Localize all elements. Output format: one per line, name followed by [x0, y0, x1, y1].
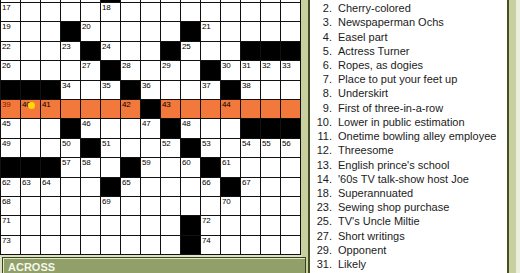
clue-text: Newspaperman Ochs: [338, 16, 444, 28]
clue-number: 9.: [310, 102, 332, 114]
grid-cell[interactable]: 42: [121, 100, 141, 119]
cell-number: 35: [102, 81, 110, 90]
clue-item[interactable]: 13.English prince's school: [310, 157, 507, 171]
grid-cell[interactable]: [281, 81, 301, 100]
cell-number: 47: [142, 119, 150, 128]
cell-number: 26: [2, 61, 10, 70]
grid-cell[interactable]: 56: [281, 139, 301, 158]
grid-cell[interactable]: [181, 3, 201, 22]
grid-cell[interactable]: 57: [61, 158, 81, 177]
grid-cell-black: [1, 81, 21, 100]
grid-cell-black: [201, 61, 221, 80]
grid-cell[interactable]: 18: [101, 3, 121, 22]
cell-number: 49: [2, 139, 10, 148]
clue-number: 29.: [310, 244, 332, 256]
grid-cell[interactable]: [101, 216, 121, 235]
cell-number: 50: [62, 139, 70, 148]
cell-number: 63: [22, 178, 30, 187]
cell-number: 44: [222, 100, 230, 109]
grid-cell[interactable]: [21, 216, 41, 235]
grid-cell[interactable]: [141, 3, 161, 22]
grid-cell[interactable]: 43: [161, 100, 181, 119]
grid-cell[interactable]: [21, 197, 41, 216]
grid-cell[interactable]: 52: [161, 139, 181, 158]
grid-cell[interactable]: [141, 61, 161, 80]
grid-cell[interactable]: [161, 22, 181, 41]
grid-cell-black: [161, 42, 181, 61]
grid-cell[interactable]: [241, 216, 261, 235]
grid-cell[interactable]: 44: [221, 100, 241, 119]
grid-cell[interactable]: 24: [101, 42, 121, 61]
grid-cell[interactable]: [241, 3, 261, 22]
grid-cell[interactable]: [161, 158, 181, 177]
grid-cell[interactable]: [261, 197, 281, 216]
clue-item[interactable]: 25.TV's Uncle Miltie: [310, 214, 507, 228]
grid-cell[interactable]: [161, 236, 181, 255]
cell-number: 51: [102, 139, 110, 148]
cell-number: 61: [222, 158, 230, 167]
grid-cell[interactable]: [161, 178, 181, 197]
clue-number: 8.: [310, 87, 332, 99]
cell-number: 36: [142, 81, 150, 90]
clue-item[interactable]: 18.Superannuated: [310, 186, 507, 200]
clue-item[interactable]: 10.Lower in public estimation: [310, 115, 507, 129]
clue-item[interactable]: 5.Actress Turner: [310, 44, 507, 58]
grid-cell[interactable]: 30: [221, 61, 241, 80]
grid-cell[interactable]: 22: [1, 42, 21, 61]
grid-cell[interactable]: 60: [181, 158, 201, 177]
cell-number: 67: [242, 178, 250, 187]
grid-cell-black: [81, 42, 101, 61]
grid-cell[interactable]: 49: [1, 139, 21, 158]
grid-cell[interactable]: 73: [1, 236, 21, 255]
grid-cell[interactable]: [281, 22, 301, 41]
grid-cell[interactable]: [101, 158, 121, 177]
clue-text: Onetime bowling alley employee: [338, 130, 496, 142]
grid-cell[interactable]: [141, 42, 161, 61]
cell-number: 57: [62, 158, 70, 167]
cell-number: 69: [102, 197, 110, 206]
clue-item[interactable]: 23.Sewing shop purchase: [310, 200, 507, 214]
clue-item[interactable]: 27.Short writings: [310, 229, 507, 243]
grid-cell[interactable]: [41, 3, 61, 22]
grid-cell[interactable]: [61, 3, 81, 22]
grid-cell[interactable]: [161, 216, 181, 235]
grid-cell[interactable]: [241, 22, 261, 41]
grid-cell[interactable]: [281, 216, 301, 235]
clue-text: Underskirt: [338, 87, 388, 99]
grid-cell[interactable]: [121, 236, 141, 255]
grid-cell[interactable]: [221, 236, 241, 255]
grid-cell[interactable]: 21: [201, 22, 221, 41]
grid-cell[interactable]: 35: [101, 81, 121, 100]
grid-cell-black: [241, 42, 261, 61]
grid-cell[interactable]: 61: [221, 158, 241, 177]
grid-cell-black: [141, 100, 161, 119]
cell-number: 72: [202, 216, 210, 225]
grid-cell[interactable]: 72: [201, 216, 221, 235]
cell-number: 31: [242, 61, 250, 70]
grid-cell[interactable]: [41, 139, 61, 158]
grid-cell[interactable]: 17: [1, 3, 21, 22]
grid-cell[interactable]: [281, 236, 301, 255]
grid-cell-black: [281, 119, 301, 138]
grid-cell[interactable]: [101, 100, 121, 119]
clue-text: Superannuated: [338, 187, 413, 199]
cell-number: 56: [282, 139, 290, 148]
grid-cell[interactable]: [261, 3, 281, 22]
grid-cell[interactable]: 20: [81, 22, 101, 41]
clue-number: 5.: [310, 45, 332, 57]
grid-cell[interactable]: [21, 119, 41, 138]
grid-cell[interactable]: [21, 3, 41, 22]
grid-cell[interactable]: [281, 178, 301, 197]
cell-number: 22: [2, 42, 10, 51]
grid-cell-black: [201, 158, 221, 177]
grid-cell[interactable]: [41, 197, 61, 216]
grid-cell[interactable]: [61, 100, 81, 119]
cell-number: 33: [282, 61, 290, 70]
grid-cell[interactable]: [81, 100, 101, 119]
grid-cell[interactable]: [261, 216, 281, 235]
clue-number: 11.: [310, 130, 332, 142]
clue-item[interactable]: 9.First of three-in-a-row: [310, 101, 507, 115]
grid-cell[interactable]: 63: [21, 178, 41, 197]
grid-cell[interactable]: [261, 236, 281, 255]
cell-number: 53: [202, 139, 210, 148]
grid-cell[interactable]: [181, 197, 201, 216]
grid-cell[interactable]: 67: [241, 178, 261, 197]
grid-cell[interactable]: [201, 197, 221, 216]
clue-number: 27.: [310, 230, 332, 242]
clue-number: 10.: [310, 116, 332, 128]
clue-number: 2.: [310, 2, 332, 14]
grid-cell[interactable]: [241, 197, 261, 216]
clue-text: Cherry-colored: [338, 2, 411, 14]
grid-cell[interactable]: [121, 197, 141, 216]
grid-cell[interactable]: [221, 139, 241, 158]
grid-cell-black: [261, 119, 281, 138]
grid-cell[interactable]: [281, 158, 301, 177]
grid-cell[interactable]: [121, 42, 141, 61]
grid-cell-black: [121, 81, 141, 100]
grid-cell[interactable]: [121, 216, 141, 235]
clue-item[interactable]: 4.Easel part: [310, 29, 507, 43]
clue-list: 2.Cherry-colored3.Newspaperman Ochs4.Eas…: [310, 0, 507, 271]
clue-text: English prince's school: [338, 159, 450, 171]
grid-cell[interactable]: [121, 22, 141, 41]
grid-cell[interactable]: 46: [81, 119, 101, 138]
cell-number: 21: [202, 22, 210, 31]
crossword-app-window: 1718192021222324252627282930313233343536…: [0, 0, 520, 273]
cell-number: 65: [122, 178, 130, 187]
grid-cell-black: [181, 236, 201, 255]
cell-number: 55: [262, 139, 270, 148]
grid-cell[interactable]: [281, 3, 301, 22]
cell-number: 28: [122, 61, 130, 70]
grid-cell[interactable]: [41, 22, 61, 41]
grid-cell-black: [61, 22, 81, 41]
grid-cell[interactable]: 47: [141, 119, 161, 138]
grid-cell[interactable]: [221, 3, 241, 22]
grid-cell[interactable]: 70: [221, 197, 241, 216]
cell-number: 73: [2, 236, 10, 245]
clue-item[interactable]: 14.'60s TV talk-show host Joe: [310, 172, 507, 186]
grid-cell[interactable]: [81, 81, 101, 100]
grid-cell[interactable]: [21, 61, 41, 80]
grid-cell[interactable]: 27: [81, 61, 101, 80]
grid-cell[interactable]: [61, 61, 81, 80]
grid-cell[interactable]: [261, 100, 281, 119]
clue-item[interactable]: 29.Opponent: [310, 243, 507, 257]
clue-item[interactable]: 8.Underskirt: [310, 86, 507, 100]
cell-number: 45: [2, 119, 10, 128]
grid-cell[interactable]: 68: [1, 197, 21, 216]
grid-cell-black: [181, 216, 201, 235]
grid-cell-black: [81, 139, 101, 158]
grid-cell-black: [221, 178, 241, 197]
grid-cell[interactable]: [161, 3, 181, 22]
grid-cell-black: [281, 42, 301, 61]
grid-cell-black: [221, 81, 241, 100]
grid-cell[interactable]: 58: [81, 158, 101, 177]
grid-cell-black: [41, 158, 61, 177]
grid-cell[interactable]: 74: [201, 236, 221, 255]
grid-cell[interactable]: 25: [181, 42, 201, 61]
grid-cell[interactable]: [141, 197, 161, 216]
clue-text: Lower in public estimation: [338, 116, 465, 128]
grid-cell[interactable]: [61, 216, 81, 235]
cell-number: 64: [42, 178, 50, 187]
cell-number: 59: [142, 158, 150, 167]
grid-cell[interactable]: [201, 3, 221, 22]
clue-item[interactable]: 6.Ropes, as dogies: [310, 58, 507, 72]
grid-cell[interactable]: 55: [261, 139, 281, 158]
cell-number: 68: [2, 197, 10, 206]
grid-cell-black: [161, 119, 181, 138]
grid-cell[interactable]: 66: [201, 178, 221, 197]
grid-cell[interactable]: [81, 3, 101, 22]
grid-cell[interactable]: [101, 119, 121, 138]
cell-number: 30: [222, 61, 230, 70]
clue-item[interactable]: 2.Cherry-colored: [310, 1, 507, 15]
grid-cell[interactable]: 39: [1, 100, 21, 119]
cell-number: 46: [82, 119, 90, 128]
cell-number: 54: [242, 139, 250, 148]
clue-number: 18.: [310, 187, 332, 199]
clue-item[interactable]: 7.Place to put your feet up: [310, 72, 507, 86]
cell-number: 48: [182, 119, 190, 128]
grid-cell[interactable]: [221, 22, 241, 41]
grid-cell[interactable]: 29: [161, 61, 181, 80]
grid-cell[interactable]: 54: [241, 139, 261, 158]
grid-cell[interactable]: [181, 100, 201, 119]
grid-cell[interactable]: [261, 81, 281, 100]
crossword-grid: 1718192021222324252627282930313233343536…: [0, 0, 301, 255]
grid-cell[interactable]: [241, 236, 261, 255]
grid-cell-black: [41, 81, 61, 100]
grid-cell[interactable]: 59: [141, 158, 161, 177]
grid-cell[interactable]: [141, 216, 161, 235]
grid-cell[interactable]: [81, 197, 101, 216]
cell-number: 52: [162, 139, 170, 148]
clue-number: 14.: [310, 173, 332, 185]
grid-cell[interactable]: [201, 42, 221, 61]
grid-cell[interactable]: [221, 216, 241, 235]
grid-cell-black: [21, 158, 41, 177]
clue-number: 31.: [310, 258, 332, 270]
cell-number: 70: [222, 197, 230, 206]
grid-cell[interactable]: [81, 236, 101, 255]
cell-number: 24: [102, 42, 110, 51]
clue-item[interactable]: 31.Likely: [310, 257, 507, 271]
grid-cell-black: [101, 61, 121, 80]
clue-text: Threesome: [338, 144, 394, 156]
grid-cell[interactable]: 62: [1, 178, 21, 197]
grid-cell[interactable]: 34: [61, 81, 81, 100]
grid-cell[interactable]: 32: [261, 61, 281, 80]
grid-cell[interactable]: [21, 42, 41, 61]
grid-cell[interactable]: [221, 119, 241, 138]
cell-number: 60: [182, 158, 190, 167]
cell-number: 58: [82, 158, 90, 167]
grid-cell[interactable]: [41, 119, 61, 138]
clue-number: 7.: [310, 73, 332, 85]
grid-cell[interactable]: [21, 139, 41, 158]
grid-cell[interactable]: [61, 197, 81, 216]
grid-cell[interactable]: [141, 236, 161, 255]
grid-cell[interactable]: [181, 61, 201, 80]
cell-number: 37: [202, 81, 210, 90]
grid-cell[interactable]: [61, 178, 81, 197]
grid-cell[interactable]: [261, 22, 281, 41]
cell-number: 29: [162, 61, 170, 70]
cell-number: 74: [202, 236, 210, 245]
grid-cell[interactable]: 38: [241, 81, 261, 100]
grid-cell[interactable]: [41, 216, 61, 235]
clue-text: Sewing shop purchase: [338, 201, 449, 213]
cell-number: 41: [42, 100, 50, 109]
cell-number: 25: [182, 42, 190, 51]
grid-cell[interactable]: [241, 100, 261, 119]
cell-number: 66: [202, 178, 210, 187]
grid-cell[interactable]: [141, 178, 161, 197]
grid-cell[interactable]: [281, 197, 301, 216]
cell-number: 19: [2, 22, 10, 31]
grid-cell[interactable]: 53: [201, 139, 221, 158]
cell-number: 38: [242, 81, 250, 90]
cell-number: 42: [122, 100, 130, 109]
grid-cell[interactable]: [41, 61, 61, 80]
clue-item[interactable]: 3.Newspaperman Ochs: [310, 15, 507, 29]
clue-text: Likely: [338, 258, 366, 270]
grid-cell[interactable]: [221, 42, 241, 61]
grid-cell[interactable]: 51: [101, 139, 121, 158]
grid-cell[interactable]: [101, 22, 121, 41]
grid-cell-black: [261, 42, 281, 61]
cell-number: 17: [2, 3, 10, 12]
down-clues-panel: 2.Cherry-colored3.Newspaperman Ochs4.Eas…: [308, 0, 509, 273]
grid-cell[interactable]: 37: [201, 81, 221, 100]
clue-text: First of three-in-a-row: [338, 102, 443, 114]
grid-cell[interactable]: 71: [1, 216, 21, 235]
grid-cell[interactable]: [121, 3, 141, 22]
grid-cell[interactable]: [161, 197, 181, 216]
grid-cell[interactable]: [261, 158, 281, 177]
clue-item[interactable]: 11.Onetime bowling alley employee: [310, 129, 507, 143]
grid-cell[interactable]: 64: [41, 178, 61, 197]
clue-text: Short writings: [338, 230, 405, 242]
grid-cell[interactable]: [141, 22, 161, 41]
grid-cell[interactable]: 65: [121, 178, 141, 197]
grid-cell[interactable]: 26: [1, 61, 21, 80]
grid-cell-black: [21, 81, 41, 100]
grid-cell[interactable]: [41, 42, 61, 61]
grid-cell[interactable]: [21, 236, 41, 255]
grid-cell[interactable]: [41, 236, 61, 255]
across-header-bar: ACROSS: [2, 257, 306, 273]
grid-cell[interactable]: [261, 178, 281, 197]
grid-cell[interactable]: 33: [281, 61, 301, 80]
grid-cell[interactable]: 28: [121, 61, 141, 80]
clue-text: Place to put your feet up: [338, 73, 457, 85]
cell-number: 62: [2, 178, 10, 187]
clue-number: 13.: [310, 159, 332, 171]
grid-cell-black: [181, 139, 201, 158]
grid-cell[interactable]: [201, 100, 221, 119]
grid-cell[interactable]: [241, 158, 261, 177]
grid-cell-black: [101, 178, 121, 197]
grid-cell[interactable]: 45: [1, 119, 21, 138]
grid-cell[interactable]: [81, 216, 101, 235]
clue-text: Opponent: [338, 244, 386, 256]
grid-cell[interactable]: 48: [181, 119, 201, 138]
grid-cell[interactable]: 50: [61, 139, 81, 158]
grid-cell-black: [241, 119, 261, 138]
grid-cell[interactable]: 36: [141, 81, 161, 100]
grid-cell[interactable]: [141, 139, 161, 158]
clue-text: Ropes, as dogies: [338, 59, 423, 71]
grid-cell-black: [61, 119, 81, 138]
grid-cell[interactable]: [201, 119, 221, 138]
grid-cell[interactable]: [81, 178, 101, 197]
grid-cell[interactable]: 19: [1, 22, 21, 41]
grid-cell[interactable]: [281, 100, 301, 119]
cursor-dot: [28, 102, 35, 109]
grid-cell[interactable]: 23: [61, 42, 81, 61]
grid-cell[interactable]: [61, 236, 81, 255]
cell-number: 23: [62, 42, 70, 51]
grid-cell[interactable]: [21, 22, 41, 41]
grid-cell[interactable]: 69: [101, 197, 121, 216]
grid-cell[interactable]: [181, 178, 201, 197]
grid-cell[interactable]: [181, 81, 201, 100]
grid-cell[interactable]: [161, 81, 181, 100]
cell-number: 20: [82, 22, 90, 31]
grid-cell[interactable]: 41: [41, 100, 61, 119]
clue-text: '60s TV talk-show host Joe: [338, 173, 469, 185]
grid-cell[interactable]: [101, 236, 121, 255]
cell-number: 71: [2, 216, 10, 225]
window-right-edge: [516, 0, 520, 273]
grid-cell[interactable]: [121, 119, 141, 138]
grid-cell[interactable]: 31: [241, 61, 261, 80]
cell-number: 27: [82, 61, 90, 70]
grid-cell-black: [181, 22, 201, 41]
clue-item[interactable]: 12.Threesome: [310, 143, 507, 157]
grid-cell[interactable]: 40: [21, 100, 41, 119]
grid-cell[interactable]: [121, 139, 141, 158]
